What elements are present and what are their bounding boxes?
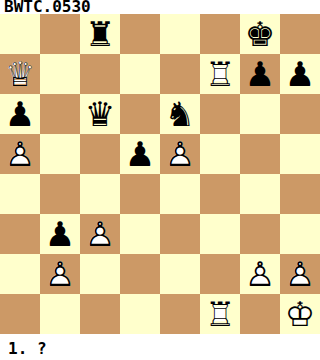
piece-outline: ♙	[80, 214, 120, 254]
square-e4[interactable]	[160, 174, 200, 214]
square-e1[interactable]	[160, 294, 200, 334]
square-d8[interactable]	[120, 14, 160, 54]
piece-black-pawn[interactable]: ♟	[280, 54, 320, 94]
square-g5[interactable]	[240, 134, 280, 174]
square-g3[interactable]	[240, 214, 280, 254]
piece-white-pawn[interactable]: ♟♙	[0, 134, 40, 174]
square-c2[interactable]	[80, 254, 120, 294]
square-f3[interactable]	[200, 214, 240, 254]
square-h1[interactable]: ♚♔	[280, 294, 320, 334]
square-c7[interactable]	[80, 54, 120, 94]
square-a3[interactable]	[0, 214, 40, 254]
square-g8[interactable]: ♚	[240, 14, 280, 54]
piece-white-pawn[interactable]: ♟♙	[280, 254, 320, 294]
board: ♜♚♛♕♜♖♟♟♟♛♞♟♙♟♟♙♟♟♙♟♙♟♙♟♙♜♖♚♔	[0, 14, 320, 334]
square-d5[interactable]: ♟	[120, 134, 160, 174]
square-a6[interactable]: ♟	[0, 94, 40, 134]
square-f2[interactable]	[200, 254, 240, 294]
square-b7[interactable]	[40, 54, 80, 94]
square-f4[interactable]	[200, 174, 240, 214]
square-a8[interactable]	[0, 14, 40, 54]
piece-outline: ♖	[200, 54, 240, 94]
square-h5[interactable]	[280, 134, 320, 174]
square-c6[interactable]: ♛	[80, 94, 120, 134]
piece-black-pawn[interactable]: ♟	[240, 54, 280, 94]
piece-outline: ♙	[280, 254, 320, 294]
piece-outline: ♖	[200, 294, 240, 334]
piece-outline: ♙	[0, 134, 40, 174]
square-e3[interactable]	[160, 214, 200, 254]
piece-white-pawn[interactable]: ♟♙	[80, 214, 120, 254]
square-b6[interactable]	[40, 94, 80, 134]
piece-white-king[interactable]: ♚♔	[280, 294, 320, 334]
square-a5[interactable]: ♟♙	[0, 134, 40, 174]
square-h6[interactable]	[280, 94, 320, 134]
square-a1[interactable]	[0, 294, 40, 334]
piece-white-pawn[interactable]: ♟♙	[40, 254, 80, 294]
piece-outline: ♙	[40, 254, 80, 294]
move-prompt: 1. ?	[0, 334, 320, 358]
square-f1[interactable]: ♜♖	[200, 294, 240, 334]
piece-white-queen[interactable]: ♛♕	[0, 54, 40, 94]
square-c5[interactable]	[80, 134, 120, 174]
square-g7[interactable]: ♟	[240, 54, 280, 94]
piece-black-queen[interactable]: ♛	[80, 94, 120, 134]
square-h2[interactable]: ♟♙	[280, 254, 320, 294]
square-g2[interactable]: ♟♙	[240, 254, 280, 294]
square-c8[interactable]: ♜	[80, 14, 120, 54]
square-e5[interactable]: ♟♙	[160, 134, 200, 174]
piece-white-pawn[interactable]: ♟♙	[240, 254, 280, 294]
piece-outline: ♙	[160, 134, 200, 174]
square-d2[interactable]	[120, 254, 160, 294]
square-b8[interactable]	[40, 14, 80, 54]
square-b2[interactable]: ♟♙	[40, 254, 80, 294]
square-e7[interactable]	[160, 54, 200, 94]
square-e8[interactable]	[160, 14, 200, 54]
square-f8[interactable]	[200, 14, 240, 54]
square-c4[interactable]	[80, 174, 120, 214]
square-d7[interactable]	[120, 54, 160, 94]
piece-black-pawn[interactable]: ♟	[40, 214, 80, 254]
square-h4[interactable]	[280, 174, 320, 214]
piece-black-king[interactable]: ♚	[240, 14, 280, 54]
piece-outline: ♙	[240, 254, 280, 294]
square-f5[interactable]	[200, 134, 240, 174]
square-f7[interactable]: ♜♖	[200, 54, 240, 94]
square-c1[interactable]	[80, 294, 120, 334]
square-h8[interactable]	[280, 14, 320, 54]
square-a2[interactable]	[0, 254, 40, 294]
square-g1[interactable]	[240, 294, 280, 334]
square-a7[interactable]: ♛♕	[0, 54, 40, 94]
square-d4[interactable]	[120, 174, 160, 214]
square-d1[interactable]	[120, 294, 160, 334]
square-b5[interactable]	[40, 134, 80, 174]
square-b4[interactable]	[40, 174, 80, 214]
piece-white-rook[interactable]: ♜♖	[200, 54, 240, 94]
square-a4[interactable]	[0, 174, 40, 214]
piece-outline: ♕	[0, 54, 40, 94]
square-d3[interactable]	[120, 214, 160, 254]
piece-outline: ♔	[280, 294, 320, 334]
piece-white-pawn[interactable]: ♟♙	[160, 134, 200, 174]
piece-black-pawn[interactable]: ♟	[120, 134, 160, 174]
square-h7[interactable]: ♟	[280, 54, 320, 94]
square-d6[interactable]	[120, 94, 160, 134]
square-h3[interactable]	[280, 214, 320, 254]
piece-black-rook[interactable]: ♜	[80, 14, 120, 54]
square-b1[interactable]	[40, 294, 80, 334]
square-e2[interactable]	[160, 254, 200, 294]
square-f6[interactable]	[200, 94, 240, 134]
piece-white-rook[interactable]: ♜♖	[200, 294, 240, 334]
piece-black-knight[interactable]: ♞	[160, 94, 200, 134]
square-c3[interactable]: ♟♙	[80, 214, 120, 254]
square-g6[interactable]	[240, 94, 280, 134]
square-e6[interactable]: ♞	[160, 94, 200, 134]
puzzle-id: BWTC.0530	[0, 0, 320, 14]
square-b3[interactable]: ♟	[40, 214, 80, 254]
piece-black-pawn[interactable]: ♟	[0, 94, 40, 134]
square-g4[interactable]	[240, 174, 280, 214]
